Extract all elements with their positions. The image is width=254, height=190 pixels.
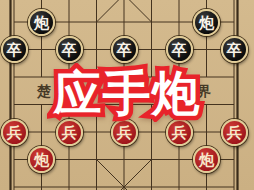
piece-black-cannon[interactable]: 炮	[28, 9, 55, 36]
piece-red-soldier[interactable]: 兵	[166, 119, 193, 146]
piece-black-cannon[interactable]: 炮	[193, 9, 220, 36]
piece-glyph: 炮	[34, 152, 49, 167]
piece-glyph: 炮	[199, 152, 214, 167]
piece-glyph: 兵	[117, 125, 132, 140]
piece-red-cannon[interactable]: 炮	[28, 146, 55, 173]
piece-glyph: 卒	[62, 42, 77, 57]
piece-black-soldier[interactable]: 卒	[56, 36, 83, 63]
piece-black-soldier[interactable]: 卒	[1, 36, 28, 63]
piece-red-soldier[interactable]: 兵	[1, 119, 28, 146]
piece-black-soldier[interactable]: 卒	[111, 36, 138, 63]
xiangqi-board: 楚 界 炮炮卒卒卒卒卒兵兵兵兵兵炮炮 应手炮 应手炮	[0, 0, 254, 190]
piece-glyph: 卒	[227, 42, 242, 57]
piece-glyph: 炮	[199, 15, 214, 30]
piece-glyph: 炮	[34, 15, 49, 30]
piece-glyph: 卒	[7, 42, 22, 57]
piece-grid: 炮炮卒卒卒卒卒兵兵兵兵兵炮炮	[0, 8, 248, 190]
piece-glyph: 卒	[172, 42, 187, 57]
piece-red-cannon[interactable]: 炮	[193, 146, 220, 173]
piece-black-soldier[interactable]: 卒	[166, 36, 193, 63]
piece-black-soldier[interactable]: 卒	[221, 36, 248, 63]
piece-glyph: 兵	[172, 125, 187, 140]
piece-glyph: 兵	[62, 125, 77, 140]
piece-red-soldier[interactable]: 兵	[56, 119, 83, 146]
piece-glyph: 卒	[117, 42, 132, 57]
piece-red-soldier[interactable]: 兵	[111, 119, 138, 146]
piece-red-soldier[interactable]: 兵	[221, 119, 248, 146]
piece-glyph: 兵	[7, 125, 22, 140]
piece-glyph: 兵	[227, 125, 242, 140]
